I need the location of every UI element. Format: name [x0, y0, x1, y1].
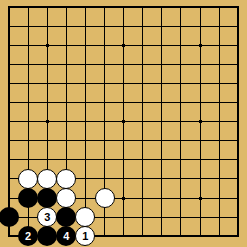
- go-board-diagram: 3241: [0, 0, 247, 247]
- move-number-label: 3: [44, 212, 50, 223]
- white-stone: [37, 169, 57, 189]
- grid-line-horizontal: [9, 159, 238, 160]
- black-stone-move-2: 2: [18, 226, 38, 246]
- grid-line-vertical: [161, 7, 162, 236]
- move-number-label: 1: [82, 231, 88, 242]
- star-point: [122, 44, 125, 47]
- white-stone: [18, 169, 38, 189]
- black-stone-move-4: 4: [56, 226, 76, 246]
- star-point: [199, 197, 202, 200]
- star-point: [46, 120, 49, 123]
- grid-line-vertical: [142, 7, 143, 236]
- star-point: [199, 120, 202, 123]
- white-stone-move-1: 1: [75, 226, 95, 246]
- black-stone: [18, 188, 38, 208]
- star-point: [199, 44, 202, 47]
- grid-line-horizontal: [9, 140, 238, 141]
- star-point: [46, 44, 49, 47]
- white-stone: [95, 188, 115, 208]
- move-number-label: 4: [63, 231, 69, 242]
- black-stone: [37, 226, 57, 246]
- move-number-label: 2: [25, 231, 31, 242]
- star-point: [122, 120, 125, 123]
- star-point: [122, 197, 125, 200]
- grid-line-vertical: [219, 7, 220, 236]
- grid-line-vertical: [180, 7, 181, 236]
